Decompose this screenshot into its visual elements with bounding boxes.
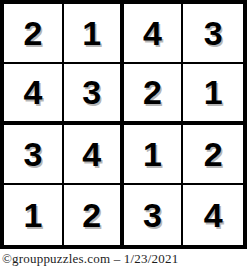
sudoku-cell-r2c1: 4 (4, 64, 64, 124)
sudoku-cell-r3c2: 4 (64, 125, 124, 185)
sudoku-cell-r2c4: 1 (183, 64, 243, 124)
sudoku-cell-r3c3: 1 (124, 125, 184, 185)
sudoku-cell-r1c2: 1 (64, 4, 124, 64)
sudoku-cell-r4c1: 1 (4, 185, 64, 245)
sudoku-cell-r4c3: 3 (124, 185, 184, 245)
sudoku-cell-r4c2: 2 (64, 185, 124, 245)
copyright-text: ©grouppuzzles.com – 1/23/2021 (2, 251, 178, 267)
sudoku-cell-r2c2: 3 (64, 64, 124, 124)
sudoku-cell-r3c4: 2 (183, 125, 243, 185)
sudoku-cell-r1c1: 2 (4, 4, 64, 64)
sudoku-cell-r4c4: 4 (183, 185, 243, 245)
sudoku-board: 2 1 4 3 4 3 2 1 3 4 1 2 1 2 3 4 (0, 0, 247, 249)
sudoku-cell-r3c1: 3 (4, 125, 64, 185)
sudoku-cell-r1c3: 4 (124, 4, 184, 64)
sudoku-cell-r2c3: 2 (124, 64, 184, 124)
sudoku-page: 2 1 4 3 4 3 2 1 3 4 1 2 1 2 3 4 ©grouppu… (0, 0, 247, 269)
sudoku-cell-r1c4: 3 (183, 4, 243, 64)
